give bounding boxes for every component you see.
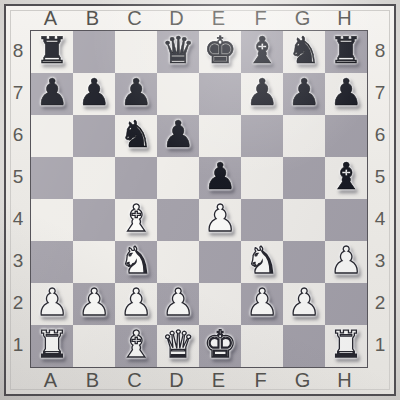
file-label: E xyxy=(198,7,240,29)
square-d2[interactable]: ♟ xyxy=(157,283,199,325)
square-e8[interactable]: ♚ xyxy=(199,31,241,73)
square-f8[interactable]: ♝ xyxy=(241,31,283,73)
square-e2[interactable] xyxy=(199,283,241,325)
square-h6[interactable] xyxy=(325,115,367,157)
square-b5[interactable] xyxy=(73,157,115,199)
file-labels-top: ABCDEFGH xyxy=(30,7,366,29)
square-d1[interactable]: ♛ xyxy=(157,325,199,367)
square-d7[interactable] xyxy=(157,73,199,115)
square-h7[interactable]: ♟ xyxy=(325,73,367,115)
black-pawn[interactable]: ♟ xyxy=(77,74,110,111)
square-b1[interactable] xyxy=(73,325,115,367)
square-c6[interactable]: ♞ xyxy=(115,115,157,157)
black-pawn[interactable]: ♟ xyxy=(35,74,68,111)
white-pawn[interactable]: ♟ xyxy=(329,242,362,279)
rank-label: 2 xyxy=(7,282,29,324)
square-b3[interactable] xyxy=(73,241,115,283)
white-knight[interactable]: ♞ xyxy=(245,242,278,279)
square-f2[interactable]: ♟ xyxy=(241,283,283,325)
black-pawn[interactable]: ♟ xyxy=(329,74,362,111)
square-f7[interactable]: ♟ xyxy=(241,73,283,115)
square-c4[interactable]: ♝ xyxy=(115,199,157,241)
square-e3[interactable] xyxy=(199,241,241,283)
file-label: G xyxy=(282,7,324,29)
demo-chessboard: ABCDEFGH ABCDEFGH 87654321 87654321 ♜♛♚♝… xyxy=(0,0,400,400)
rank-label: 3 xyxy=(7,240,29,282)
file-label: B xyxy=(72,7,114,29)
square-h8[interactable]: ♜ xyxy=(325,31,367,73)
black-king[interactable]: ♚ xyxy=(203,32,236,69)
white-pawn[interactable]: ♟ xyxy=(161,284,194,321)
rank-label: 6 xyxy=(7,114,29,156)
square-h4[interactable] xyxy=(325,199,367,241)
square-c3[interactable]: ♞ xyxy=(115,241,157,283)
square-a6[interactable] xyxy=(31,115,73,157)
square-g8[interactable]: ♞ xyxy=(283,31,325,73)
square-f3[interactable]: ♞ xyxy=(241,241,283,283)
black-rook[interactable]: ♜ xyxy=(329,32,362,69)
square-a2[interactable]: ♟ xyxy=(31,283,73,325)
square-a7[interactable]: ♟ xyxy=(31,73,73,115)
white-pawn[interactable]: ♟ xyxy=(287,284,320,321)
square-f5[interactable] xyxy=(241,157,283,199)
white-bishop[interactable]: ♝ xyxy=(119,326,152,363)
white-pawn[interactable]: ♟ xyxy=(203,200,236,237)
square-b4[interactable] xyxy=(73,199,115,241)
white-pawn[interactable]: ♟ xyxy=(245,284,278,321)
white-pawn[interactable]: ♟ xyxy=(77,284,110,321)
square-h3[interactable]: ♟ xyxy=(325,241,367,283)
file-label: F xyxy=(240,7,282,29)
file-label: A xyxy=(30,369,72,391)
square-f4[interactable] xyxy=(241,199,283,241)
square-f6[interactable] xyxy=(241,115,283,157)
square-d5[interactable] xyxy=(157,157,199,199)
black-knight[interactable]: ♞ xyxy=(287,32,320,69)
square-g2[interactable]: ♟ xyxy=(283,283,325,325)
file-labels-bottom: ABCDEFGH xyxy=(30,369,366,391)
rank-label: 1 xyxy=(369,324,391,366)
rank-labels-left: 87654321 xyxy=(7,30,29,366)
black-knight[interactable]: ♞ xyxy=(119,116,152,153)
black-pawn[interactable]: ♟ xyxy=(161,116,194,153)
square-e5[interactable]: ♟ xyxy=(199,157,241,199)
rank-label: 8 xyxy=(369,30,391,72)
rank-label: 2 xyxy=(369,282,391,324)
square-e6[interactable] xyxy=(199,115,241,157)
white-queen[interactable]: ♛ xyxy=(161,326,194,363)
black-pawn[interactable]: ♟ xyxy=(203,158,236,195)
file-label: F xyxy=(240,369,282,391)
square-h5[interactable]: ♝ xyxy=(325,157,367,199)
square-b6[interactable] xyxy=(73,115,115,157)
file-label: D xyxy=(156,369,198,391)
white-rook[interactable]: ♜ xyxy=(329,326,362,363)
rank-label: 4 xyxy=(7,198,29,240)
file-label: B xyxy=(72,369,114,391)
white-king[interactable]: ♚ xyxy=(203,326,236,363)
rank-label: 4 xyxy=(369,198,391,240)
rank-label: 6 xyxy=(369,114,391,156)
file-label: A xyxy=(30,7,72,29)
square-g7[interactable]: ♟ xyxy=(283,73,325,115)
square-a1[interactable]: ♜ xyxy=(31,325,73,367)
white-pawn[interactable]: ♟ xyxy=(119,284,152,321)
white-bishop[interactable]: ♝ xyxy=(119,200,152,237)
square-a4[interactable] xyxy=(31,199,73,241)
square-c5[interactable] xyxy=(115,157,157,199)
file-label: C xyxy=(114,7,156,29)
square-a5[interactable] xyxy=(31,157,73,199)
black-pawn[interactable]: ♟ xyxy=(119,74,152,111)
square-g5[interactable] xyxy=(283,157,325,199)
square-e1[interactable]: ♚ xyxy=(199,325,241,367)
rank-label: 5 xyxy=(7,156,29,198)
square-b7[interactable]: ♟ xyxy=(73,73,115,115)
square-g3[interactable] xyxy=(283,241,325,283)
square-a3[interactable] xyxy=(31,241,73,283)
file-label: H xyxy=(324,7,366,29)
black-bishop[interactable]: ♝ xyxy=(245,32,278,69)
rank-label: 3 xyxy=(369,240,391,282)
square-d3[interactable] xyxy=(157,241,199,283)
square-g4[interactable] xyxy=(283,199,325,241)
square-b8[interactable] xyxy=(73,31,115,73)
square-e7[interactable] xyxy=(199,73,241,115)
square-h1[interactable]: ♜ xyxy=(325,325,367,367)
black-bishop[interactable]: ♝ xyxy=(329,158,362,195)
rank-label: 7 xyxy=(7,72,29,114)
rank-label: 5 xyxy=(369,156,391,198)
square-d8[interactable]: ♛ xyxy=(157,31,199,73)
rank-label: 7 xyxy=(369,72,391,114)
square-c7[interactable]: ♟ xyxy=(115,73,157,115)
file-label: E xyxy=(198,369,240,391)
square-a8[interactable]: ♜ xyxy=(31,31,73,73)
rank-labels-right: 87654321 xyxy=(369,30,391,366)
square-d6[interactable]: ♟ xyxy=(157,115,199,157)
rank-label: 8 xyxy=(7,30,29,72)
square-g6[interactable] xyxy=(283,115,325,157)
black-rook[interactable]: ♜ xyxy=(35,32,68,69)
square-c2[interactable]: ♟ xyxy=(115,283,157,325)
black-queen[interactable]: ♛ xyxy=(161,32,194,69)
square-d4[interactable] xyxy=(157,199,199,241)
square-b2[interactable]: ♟ xyxy=(73,283,115,325)
file-label: H xyxy=(324,369,366,391)
rank-label: 1 xyxy=(7,324,29,366)
white-knight[interactable]: ♞ xyxy=(119,242,152,279)
square-h2[interactable] xyxy=(325,283,367,325)
square-c1[interactable]: ♝ xyxy=(115,325,157,367)
white-rook[interactable]: ♜ xyxy=(35,326,68,363)
file-label: C xyxy=(114,369,156,391)
white-pawn[interactable]: ♟ xyxy=(35,284,68,321)
file-label: G xyxy=(282,369,324,391)
square-g1[interactable] xyxy=(283,325,325,367)
chess-board: ♜♛♚♝♞♜♟♟♟♟♟♟♞♟♟♝♝♟♞♞♟♟♟♟♟♟♟♜♝♛♚♜ xyxy=(30,30,368,368)
square-e4[interactable]: ♟ xyxy=(199,199,241,241)
square-f1[interactable] xyxy=(241,325,283,367)
square-c8[interactable] xyxy=(115,31,157,73)
black-pawn[interactable]: ♟ xyxy=(287,74,320,111)
black-pawn[interactable]: ♟ xyxy=(245,74,278,111)
file-label: D xyxy=(156,7,198,29)
